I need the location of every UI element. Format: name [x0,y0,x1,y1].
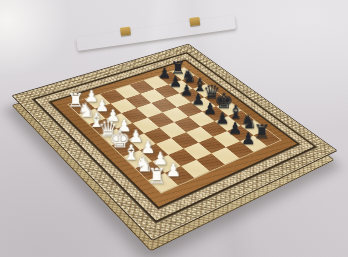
piece-white-pawn-h2: ♟ [165,161,181,179]
mosaic-border-outer: ♜♞♝♛♚♝♞♜♟♟♟♟♟♟♟♟♟♟♟♟♟♟♟♟♜♞♝♛♚♝♞♜ [11,43,337,240]
chess-board: ♜♞♝♛♚♝♞♜♟♟♟♟♟♟♟♟♟♟♟♟♟♟♟♟♜♞♝♛♚♝♞♜ [69,67,281,192]
piece-black-pawn-h7: ♟ [241,130,256,146]
photo-frame: ♜♞♝♛♚♝♞♜♟♟♟♟♟♟♟♟♟♟♟♟♟♟♟♟♜♞♝♛♚♝♞♜ [0,0,348,257]
piece-black-pawn-g7: ♟ [228,120,242,136]
scene-3d: ♜♞♝♛♚♝♞♜♟♟♟♟♟♟♟♟♟♟♟♟♟♟♟♟♜♞♝♛♚♝♞♜ [0,0,348,257]
board-tilt-wrapper: ♜♞♝♛♚♝♞♜♟♟♟♟♟♟♟♟♟♟♟♟♟♟♟♟♜♞♝♛♚♝♞♜ [11,43,337,240]
piece-white-rook-h1: ♜ [147,165,166,186]
square-f5 [186,126,213,142]
